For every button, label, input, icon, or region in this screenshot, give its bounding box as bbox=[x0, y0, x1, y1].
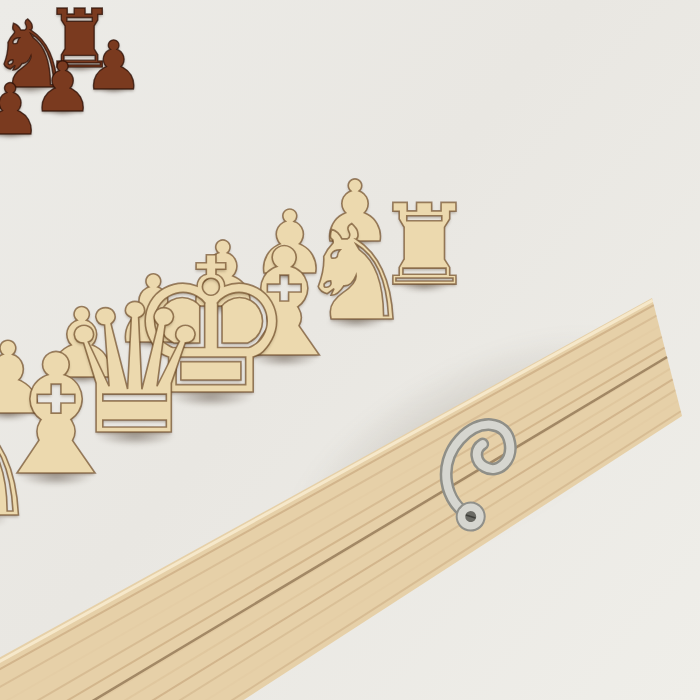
square-g7 bbox=[14, 87, 98, 133]
rank-label-6: 6 bbox=[181, 78, 214, 94]
square-g1 bbox=[273, 273, 410, 358]
square-f4 bbox=[62, 190, 166, 253]
piece-white-pawn-h2: ♟ bbox=[317, 169, 393, 254]
piece-black-knight-g8: ♞ bbox=[0, 9, 72, 102]
piece-shadow bbox=[389, 278, 459, 295]
piece-shadow bbox=[0, 130, 32, 141]
piece-shadow bbox=[41, 107, 84, 117]
square-e5 bbox=[0, 185, 62, 245]
piece-shadow bbox=[0, 508, 22, 531]
rank-label-2: 2 bbox=[384, 192, 428, 215]
square-g5 bbox=[81, 135, 178, 190]
piece-shadow bbox=[52, 371, 112, 385]
rank-label-1: 1 bbox=[453, 230, 501, 256]
square-b1 bbox=[0, 453, 29, 564]
square-f5 bbox=[25, 160, 121, 217]
piece-white-pawn-g2: ♟ bbox=[250, 200, 329, 288]
piece-white-knight-b1: ♞ bbox=[0, 385, 44, 541]
file-label-c: c bbox=[74, 511, 129, 565]
rank-label-7: 7 bbox=[142, 57, 173, 72]
corner-ornament bbox=[27, 11, 143, 67]
piece-black-pawn-g7: ♟ bbox=[32, 53, 94, 122]
square-g6 bbox=[46, 109, 136, 159]
square-h5 bbox=[136, 111, 234, 163]
board-cast-shadow bbox=[166, 213, 700, 688]
piece-white-king-e1: ♚ bbox=[127, 234, 295, 422]
square-c3 bbox=[0, 314, 13, 396]
piece-shadow bbox=[153, 383, 269, 411]
piece-white-rook-h1: ♜ bbox=[374, 190, 475, 302]
square-f3 bbox=[103, 224, 216, 294]
piece-white-pawn-c2: ♟ bbox=[0, 330, 53, 430]
square-f1 bbox=[204, 306, 340, 395]
square-c2 bbox=[0, 361, 59, 453]
fold-seam bbox=[0, 109, 296, 402]
square-g4 bbox=[121, 163, 226, 223]
square-c1 bbox=[0, 415, 111, 520]
piece-white-pawn-d2: ♟ bbox=[39, 296, 126, 392]
square-f2 bbox=[150, 262, 273, 341]
square-e6 bbox=[0, 156, 25, 211]
square-d3 bbox=[0, 283, 83, 361]
fold-seam-highlight bbox=[0, 111, 298, 403]
square-d4 bbox=[0, 245, 39, 315]
square-e2 bbox=[83, 294, 204, 377]
rank-label-4: 4 bbox=[271, 128, 309, 147]
square-h4 bbox=[178, 138, 284, 196]
square-g3 bbox=[165, 195, 279, 262]
piece-black-bishop-f8: ♝ bbox=[0, 20, 28, 125]
square-h8 bbox=[33, 46, 113, 87]
piece-white-bishop-c1: ♝ bbox=[0, 333, 130, 499]
square-f8 bbox=[0, 86, 14, 130]
square-e3 bbox=[39, 253, 150, 327]
square-d1 bbox=[59, 377, 191, 477]
right-border-band bbox=[124, 39, 491, 240]
piece-shadow bbox=[124, 336, 182, 350]
far-file-label-a: a bbox=[26, 38, 56, 54]
piece-shadow bbox=[238, 347, 331, 369]
rank-label-5: 5 bbox=[223, 102, 259, 119]
piece-white-pawn-f2: ♟ bbox=[182, 231, 263, 322]
piece-white-knight-g1: ♞ bbox=[297, 209, 414, 340]
piece-shadow bbox=[93, 85, 135, 95]
square-h7 bbox=[64, 65, 149, 109]
square-e4 bbox=[1, 217, 103, 283]
file-label-b: b bbox=[0, 554, 43, 614]
square-h3 bbox=[226, 168, 341, 232]
rank-label-3: 3 bbox=[324, 158, 365, 179]
square-g8 bbox=[0, 66, 64, 108]
square-h6 bbox=[98, 87, 189, 135]
piece-shadow bbox=[315, 312, 396, 332]
rank-label-8: 8 bbox=[108, 37, 138, 51]
square-h1 bbox=[341, 240, 480, 320]
square-f7 bbox=[0, 108, 46, 156]
square-h2 bbox=[279, 201, 405, 272]
piece-shadow bbox=[2, 82, 60, 96]
piece-shadow bbox=[4, 465, 107, 490]
photo-scene: aabbccddeeffgghh1122334455667788 bbox=[0, 0, 700, 700]
far-file-label-b: b bbox=[0, 57, 10, 74]
square-f6 bbox=[0, 132, 81, 184]
piece-shadow bbox=[79, 423, 190, 450]
square-e1 bbox=[133, 341, 267, 435]
piece-shadow bbox=[54, 62, 104, 74]
square-g2 bbox=[216, 231, 341, 306]
far-border-band bbox=[0, 41, 38, 190]
piece-white-queen-d1: ♛ bbox=[55, 281, 215, 460]
piece-shadow bbox=[0, 408, 39, 423]
square-d2 bbox=[13, 327, 132, 415]
piece-black-rook-h8: ♜ bbox=[43, 0, 115, 80]
piece-black-pawn-f7: ♟ bbox=[0, 75, 42, 146]
piece-shadow bbox=[329, 236, 382, 249]
piece-white-bishop-f1: ♝ bbox=[217, 229, 351, 379]
piece-black-pawn-h7: ♟ bbox=[84, 32, 144, 99]
piece-white-pawn-e2: ♟ bbox=[112, 263, 196, 356]
piece-shadow bbox=[263, 268, 317, 281]
square-d5 bbox=[0, 211, 1, 274]
piece-shadow bbox=[195, 301, 251, 315]
piece-shadow bbox=[0, 103, 13, 119]
